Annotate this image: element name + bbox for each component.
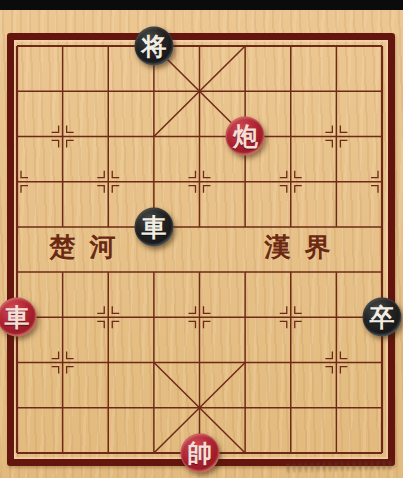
xiangqi-board-screen: 楚河 漢界 将炮車車卒帥 (0, 0, 403, 478)
top-letterbox-bar (0, 0, 403, 10)
red-cannon-label: 炮 (233, 124, 258, 149)
black-general-label: 将 (141, 34, 166, 59)
river-label-han-jie: 漢界 (258, 235, 345, 261)
red-general[interactable]: 帥 (180, 433, 219, 472)
red-chariot-label: 車 (5, 305, 30, 330)
black-soldier[interactable]: 卒 (363, 298, 402, 337)
black-general[interactable]: 将 (134, 27, 173, 66)
watermark-smudge (287, 461, 395, 473)
black-chariot[interactable]: 車 (134, 207, 173, 246)
red-cannon[interactable]: 炮 (226, 117, 265, 156)
red-general-label: 帥 (187, 440, 212, 465)
black-soldier-label: 卒 (370, 305, 395, 330)
river-label-chu-he: 楚河 (43, 235, 130, 261)
black-chariot-label: 車 (141, 214, 166, 239)
